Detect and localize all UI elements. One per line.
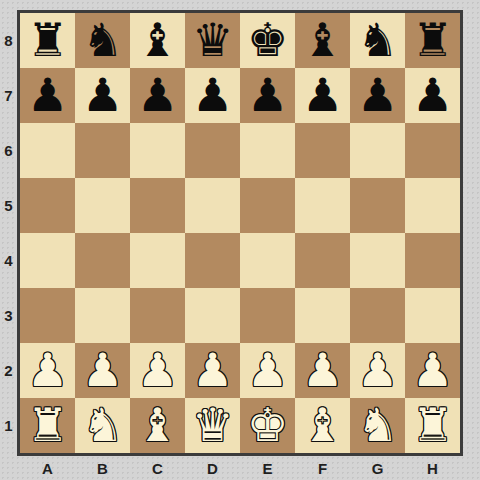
white-bishop[interactable]: ♝ [302, 402, 343, 448]
square-f2[interactable]: ♟ [295, 343, 350, 398]
square-e2[interactable]: ♟ [240, 343, 295, 398]
square-c4[interactable] [130, 233, 185, 288]
square-c2[interactable]: ♟ [130, 343, 185, 398]
rank-label: 4 [0, 233, 17, 288]
black-knight[interactable]: ♞ [82, 17, 123, 63]
square-e4[interactable] [240, 233, 295, 288]
white-knight[interactable]: ♞ [82, 402, 123, 448]
square-d4[interactable] [185, 233, 240, 288]
rank-label: 1 [0, 398, 17, 453]
file-label: A [20, 456, 75, 480]
white-queen[interactable]: ♛ [192, 402, 233, 448]
square-b5[interactable] [75, 178, 130, 233]
rank-label: 5 [0, 178, 17, 233]
square-b6[interactable] [75, 123, 130, 178]
square-f6[interactable] [295, 123, 350, 178]
square-a7[interactable]: ♟ [20, 68, 75, 123]
file-label: G [350, 456, 405, 480]
square-d1[interactable]: ♛ [185, 398, 240, 453]
square-c5[interactable] [130, 178, 185, 233]
white-pawn[interactable]: ♟ [192, 347, 233, 393]
square-b8[interactable]: ♞ [75, 13, 130, 68]
square-c8[interactable]: ♝ [130, 13, 185, 68]
white-bishop[interactable]: ♝ [137, 402, 178, 448]
black-pawn[interactable]: ♟ [192, 72, 233, 118]
black-pawn[interactable]: ♟ [137, 72, 178, 118]
square-f8[interactable]: ♝ [295, 13, 350, 68]
square-d2[interactable]: ♟ [185, 343, 240, 398]
square-g8[interactable]: ♞ [350, 13, 405, 68]
file-label: F [295, 456, 350, 480]
chess-diagram: 87654321 ♜♞♝♛♚♝♞♜♟♟♟♟♟♟♟♟♟♟♟♟♟♟♟♟♜♞♝♛♚♝♞… [0, 0, 480, 480]
square-e6[interactable] [240, 123, 295, 178]
file-label: C [130, 456, 185, 480]
square-e1[interactable]: ♚ [240, 398, 295, 453]
square-a5[interactable] [20, 178, 75, 233]
square-a3[interactable] [20, 288, 75, 343]
file-label: H [405, 456, 460, 480]
square-d5[interactable] [185, 178, 240, 233]
square-g7[interactable]: ♟ [350, 68, 405, 123]
square-g4[interactable] [350, 233, 405, 288]
square-b7[interactable]: ♟ [75, 68, 130, 123]
white-pawn[interactable]: ♟ [412, 347, 453, 393]
file-labels: ABCDEFGH [20, 456, 460, 480]
square-c3[interactable] [130, 288, 185, 343]
square-f4[interactable] [295, 233, 350, 288]
square-b2[interactable]: ♟ [75, 343, 130, 398]
black-bishop[interactable]: ♝ [302, 17, 343, 63]
square-a1[interactable]: ♜ [20, 398, 75, 453]
black-rook[interactable]: ♜ [27, 17, 68, 63]
square-d8[interactable]: ♛ [185, 13, 240, 68]
square-a8[interactable]: ♜ [20, 13, 75, 68]
square-h1[interactable]: ♜ [405, 398, 460, 453]
white-pawn[interactable]: ♟ [82, 347, 123, 393]
black-bishop[interactable]: ♝ [137, 17, 178, 63]
rank-label: 6 [0, 123, 17, 178]
square-e8[interactable]: ♚ [240, 13, 295, 68]
white-pawn[interactable]: ♟ [357, 347, 398, 393]
square-a6[interactable] [20, 123, 75, 178]
board-frame: ♜♞♝♛♚♝♞♜♟♟♟♟♟♟♟♟♟♟♟♟♟♟♟♟♜♞♝♛♚♝♞♜ [17, 10, 463, 456]
square-d3[interactable] [185, 288, 240, 343]
square-h3[interactable] [405, 288, 460, 343]
white-rook[interactable]: ♜ [27, 402, 68, 448]
black-king[interactable]: ♚ [247, 17, 288, 63]
file-label: D [185, 456, 240, 480]
rank-labels: 87654321 [0, 13, 17, 453]
square-d6[interactable] [185, 123, 240, 178]
square-h4[interactable] [405, 233, 460, 288]
square-b1[interactable]: ♞ [75, 398, 130, 453]
white-pawn[interactable]: ♟ [302, 347, 343, 393]
square-g3[interactable] [350, 288, 405, 343]
chess-board: ♜♞♝♛♚♝♞♜♟♟♟♟♟♟♟♟♟♟♟♟♟♟♟♟♜♞♝♛♚♝♞♜ [20, 13, 460, 453]
rank-label: 8 [0, 13, 17, 68]
white-pawn[interactable]: ♟ [247, 347, 288, 393]
square-g5[interactable] [350, 178, 405, 233]
square-e5[interactable] [240, 178, 295, 233]
white-king[interactable]: ♚ [247, 402, 288, 448]
square-g2[interactable]: ♟ [350, 343, 405, 398]
square-a2[interactable]: ♟ [20, 343, 75, 398]
black-knight[interactable]: ♞ [357, 17, 398, 63]
square-f1[interactable]: ♝ [295, 398, 350, 453]
black-queen[interactable]: ♛ [192, 17, 233, 63]
file-label: E [240, 456, 295, 480]
square-h7[interactable]: ♟ [405, 68, 460, 123]
square-h5[interactable] [405, 178, 460, 233]
rank-label: 3 [0, 288, 17, 343]
square-f3[interactable] [295, 288, 350, 343]
square-g1[interactable]: ♞ [350, 398, 405, 453]
black-pawn[interactable]: ♟ [302, 72, 343, 118]
square-c6[interactable] [130, 123, 185, 178]
white-rook[interactable]: ♜ [412, 402, 453, 448]
square-d7[interactable]: ♟ [185, 68, 240, 123]
square-b4[interactable] [75, 233, 130, 288]
square-h8[interactable]: ♜ [405, 13, 460, 68]
square-f5[interactable] [295, 178, 350, 233]
square-f7[interactable]: ♟ [295, 68, 350, 123]
white-knight[interactable]: ♞ [357, 402, 398, 448]
black-rook[interactable]: ♜ [412, 17, 453, 63]
square-b3[interactable] [75, 288, 130, 343]
white-pawn[interactable]: ♟ [137, 347, 178, 393]
black-pawn[interactable]: ♟ [82, 72, 123, 118]
white-pawn[interactable]: ♟ [27, 347, 68, 393]
rank-label: 7 [0, 68, 17, 123]
square-e3[interactable] [240, 288, 295, 343]
square-h6[interactable] [405, 123, 460, 178]
black-pawn[interactable]: ♟ [412, 72, 453, 118]
square-a4[interactable] [20, 233, 75, 288]
black-pawn[interactable]: ♟ [357, 72, 398, 118]
square-g6[interactable] [350, 123, 405, 178]
rank-label: 2 [0, 343, 17, 398]
black-pawn[interactable]: ♟ [247, 72, 288, 118]
square-h2[interactable]: ♟ [405, 343, 460, 398]
square-c7[interactable]: ♟ [130, 68, 185, 123]
square-e7[interactable]: ♟ [240, 68, 295, 123]
square-c1[interactable]: ♝ [130, 398, 185, 453]
file-label: B [75, 456, 130, 480]
black-pawn[interactable]: ♟ [27, 72, 68, 118]
